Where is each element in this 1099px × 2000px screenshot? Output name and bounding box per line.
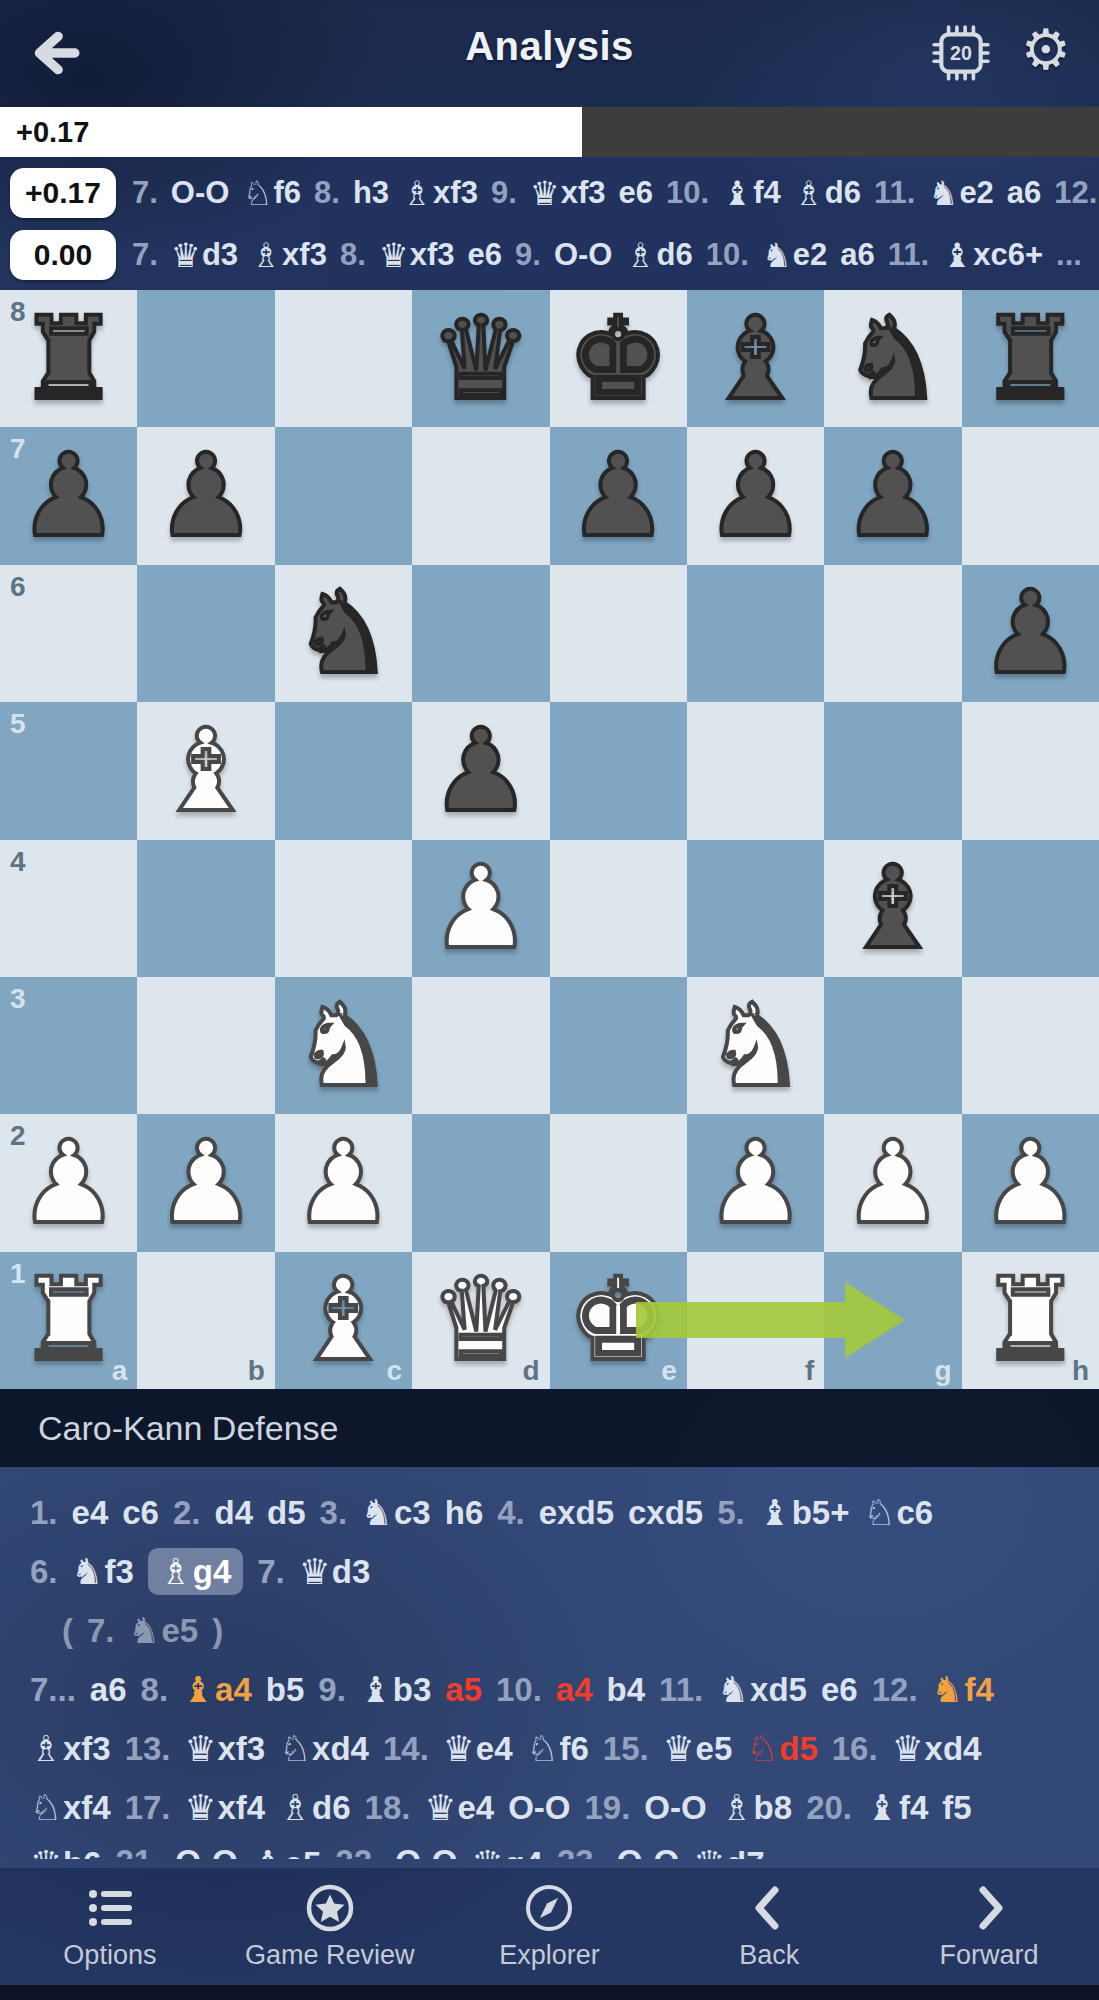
figurine-icon: ♝ <box>722 174 752 213</box>
move-token[interactable]: ♞f4 <box>932 1669 994 1710</box>
nav-label-options: Options <box>63 1940 156 1971</box>
move-token[interactable]: ♞e5 <box>129 1610 199 1651</box>
square-c2[interactable]: ♟ <box>275 1114 412 1251</box>
move-token[interactable]: ♛e4 <box>424 1787 494 1828</box>
square-b7[interactable]: ♟ <box>137 427 274 564</box>
square-f8[interactable]: ♝ <box>687 290 824 427</box>
square-d2[interactable] <box>412 1114 549 1251</box>
move-token[interactable]: c6 <box>122 1494 159 1532</box>
piece-bB-g4: ♝ <box>824 840 961 977</box>
move-number: 3. <box>320 1494 348 1532</box>
move-number: 15. <box>603 1730 649 1768</box>
figurine-icon: ♛ <box>892 1728 924 1769</box>
figurine-icon: ♞ <box>717 1669 749 1710</box>
piece-wR-a1: ♜ <box>0 1252 137 1389</box>
move-token[interactable]: exd5 <box>539 1494 614 1532</box>
nav-options[interactable]: Options <box>0 1868 220 1985</box>
move-token[interactable]: ♞c3 <box>361 1492 431 1533</box>
figurine-icon: ♛ <box>171 236 201 275</box>
star-circle-icon <box>304 1882 356 1934</box>
move-token[interactable]: ♞e2 <box>762 236 828 275</box>
figurine-icon: ♗ <box>721 1787 753 1828</box>
move-token[interactable]: a4 <box>556 1671 593 1709</box>
move-token[interactable]: e6 <box>619 175 653 211</box>
engine-line-moves: 7.♛d3♗xf38.♛xf3e69.O-O♗d610.♞e2a611.♝xc6… <box>132 236 1082 275</box>
square-f5[interactable] <box>687 702 824 839</box>
square-h4[interactable] <box>962 840 1099 977</box>
square-d8[interactable]: ♛ <box>412 290 549 427</box>
move-token[interactable]: d4 <box>215 1494 254 1532</box>
opening-name-bar: Caro-Kann Defense <box>0 1389 1099 1467</box>
square-b5[interactable]: ♝ <box>137 702 274 839</box>
move-number: 14. <box>383 1730 429 1768</box>
figurine-icon: ♛ <box>443 1728 475 1769</box>
evaluation-white-portion: +0.17 <box>0 107 582 157</box>
figurine-icon: ♘ <box>746 1728 778 1769</box>
move-number: 22. <box>335 1843 381 1859</box>
figurine-icon: ♗ <box>794 174 824 213</box>
piece-wP-a2: ♟ <box>0 1114 137 1251</box>
piece-bP-f7: ♟ <box>687 427 824 564</box>
square-a7[interactable]: 7♟ <box>0 427 137 564</box>
move-token[interactable]: ♛xf4 <box>185 1787 266 1828</box>
figurine-icon: ♛ <box>663 1728 695 1769</box>
square-e6[interactable] <box>550 565 687 702</box>
piece-wP-g2: ♟ <box>824 1114 961 1251</box>
chevron-right-icon <box>963 1882 1015 1934</box>
move-number: 17. <box>125 1789 171 1827</box>
figurine-icon: ♝ <box>182 1669 214 1710</box>
figurine-icon: ♘ <box>30 1787 62 1828</box>
move-number: 11. <box>888 237 929 273</box>
piece-wB-c1: ♝ <box>275 1252 412 1389</box>
move-list-line-6: ♘xf417.♛xf4♗d618.♛e4O-O19.O-O♗b820.♝f4f5 <box>0 1778 1099 1837</box>
piece-bR-a8: ♜ <box>0 290 137 427</box>
figurine-icon: ♛ <box>185 1728 217 1769</box>
square-f2[interactable]: ♟ <box>687 1114 824 1251</box>
move-token[interactable]: f5 <box>942 1789 971 1827</box>
move-number: 21. <box>115 1843 161 1859</box>
piece-bN-g8: ♞ <box>824 290 961 427</box>
move-token[interactable]: ♗d6 <box>625 236 692 275</box>
move-number: 9. <box>318 1671 346 1709</box>
square-c1[interactable]: c♝ <box>275 1252 412 1389</box>
piece-bQ-d8: ♛ <box>412 290 549 427</box>
move-token[interactable]: ♛xf3 <box>185 1728 266 1769</box>
move-token[interactable]: cxd5 <box>628 1494 703 1532</box>
square-f4[interactable] <box>687 840 824 977</box>
move-number: 10. <box>706 237 749 273</box>
move-list-line-3: (7.♞e5) <box>0 1601 1099 1660</box>
piece-bB-f8: ♝ <box>687 290 824 427</box>
square-g7[interactable]: ♟ <box>824 427 961 564</box>
engine-eval-badge: +0.17 <box>10 168 116 218</box>
square-h8[interactable]: ♜ <box>962 290 1099 427</box>
move-token[interactable]: ♛xd4 <box>892 1728 982 1769</box>
figurine-icon: ♗ <box>402 174 432 213</box>
move-token[interactable]: ♛b6 <box>30 1843 101 1859</box>
move-token[interactable]: O-O <box>175 1843 237 1859</box>
square-b8[interactable] <box>137 290 274 427</box>
square-e7[interactable]: ♟ <box>550 427 687 564</box>
square-c3[interactable]: ♞ <box>275 977 412 1114</box>
piece-bK-e8: ♚ <box>550 290 687 427</box>
move-list-line-5: ♗xf313.♛xf3♘xd414.♛e4♘f615.♛e5♘d516.♛xd4 <box>0 1719 1099 1778</box>
engine-lines-panel: +0.177.O-O♘f68.h3♗xf39.♛xf3e610.♝f4♗d611… <box>0 157 1099 290</box>
figurine-icon: ♛ <box>30 1843 62 1859</box>
move-token[interactable]: ♘f6 <box>242 174 301 213</box>
move-token[interactable]: a6 <box>840 237 874 273</box>
move-number: 11. <box>874 175 915 211</box>
figurine-icon: ♛ <box>472 1843 504 1859</box>
square-g3[interactable] <box>824 977 961 1114</box>
move-number: 7... <box>30 1671 76 1709</box>
chess-board: 8♜♛♚♝♞♜7♟♟♟♟♟6♞♟5♝♟4♟♝3♞♞2♟♟♟♟♟♟1a♜bc♝d♛… <box>0 290 1099 1389</box>
move-token[interactable]: ♛e4 <box>443 1728 513 1769</box>
move-token[interactable]: ♗g4 <box>148 1548 243 1595</box>
move-list-line-7: ♛b621.O-O♝e522.O-O♛g423.O-O♛d7 <box>0 1837 1099 1859</box>
move-token[interactable]: ♘c6 <box>863 1492 933 1533</box>
piece-bP-g7: ♟ <box>824 427 961 564</box>
square-d5[interactable]: ♟ <box>412 702 549 839</box>
move-token[interactable]: O-O <box>395 1843 457 1859</box>
piece-wP-h2: ♟ <box>962 1114 1099 1251</box>
piece-wP-f2: ♟ <box>687 1114 824 1251</box>
evaluation-value: +0.17 <box>0 116 89 149</box>
opening-name: Caro-Kann Defense <box>0 1409 339 1448</box>
move-number: 10. <box>666 175 709 211</box>
move-number: 4. <box>497 1494 525 1532</box>
move-token[interactable]: ♘xf4 <box>30 1787 111 1828</box>
piece-bP-b7: ♟ <box>137 427 274 564</box>
square-c6[interactable]: ♞ <box>275 565 412 702</box>
move-token[interactable]: b5 <box>266 1671 305 1709</box>
move-token[interactable]: ♝a4 <box>182 1669 252 1710</box>
move-token[interactable]: ♛d7 <box>693 1843 764 1859</box>
square-g8[interactable]: ♞ <box>824 290 961 427</box>
move-token[interactable]: O-O <box>554 237 613 273</box>
square-g4[interactable]: ♝ <box>824 840 961 977</box>
square-b2[interactable]: ♟ <box>137 1114 274 1251</box>
figurine-icon: ♝ <box>360 1669 392 1710</box>
square-b6[interactable] <box>137 565 274 702</box>
move-number: ) <box>212 1612 223 1650</box>
square-h2[interactable]: ♟ <box>962 1114 1099 1251</box>
move-number: 9. <box>491 175 517 211</box>
figurine-icon: ♞ <box>129 1610 161 1651</box>
square-a2[interactable]: 2♟ <box>0 1114 137 1251</box>
move-list-line-1: 1.e4c62.d4d53.♞c3h64.exd5cxd55.♝b5+♘c6 <box>0 1483 1099 1542</box>
move-token[interactable]: O-O <box>644 1789 706 1827</box>
square-h7[interactable] <box>962 427 1099 564</box>
square-g1[interactable]: g <box>824 1252 961 1389</box>
move-token[interactable]: ♗xf3 <box>251 236 327 275</box>
engine-line-moves: 7.O-O♘f68.h3♗xf39.♛xf3e610.♝f4♗d611.♞e2a… <box>132 174 1099 213</box>
move-token[interactable]: d5 <box>267 1494 306 1532</box>
piece-bR-h8: ♜ <box>962 290 1099 427</box>
figurine-icon: ♝ <box>759 1492 791 1533</box>
move-token[interactable]: ♝e5 <box>252 1843 322 1859</box>
move-token[interactable]: ♗b8 <box>721 1787 792 1828</box>
move-token[interactable]: ♛d3 <box>299 1551 370 1592</box>
move-number: ( <box>62 1612 73 1650</box>
figurine-icon: ♘ <box>527 1728 559 1769</box>
figurine-icon: ♘ <box>863 1492 895 1533</box>
move-number: 7. <box>132 237 158 273</box>
file-label: b <box>248 1355 265 1387</box>
engine-depth-icon[interactable]: 20 <box>931 24 991 82</box>
square-a3[interactable]: 3 <box>0 977 137 1114</box>
figurine-icon: ♛ <box>424 1787 456 1828</box>
move-token[interactable]: ♝b3 <box>360 1669 431 1710</box>
move-number: 10. <box>496 1671 542 1709</box>
piece-wN-f3: ♞ <box>687 977 824 1114</box>
piece-wP-d4: ♟ <box>412 840 549 977</box>
move-number: 19. <box>584 1789 630 1827</box>
rank-label: 5 <box>10 708 26 740</box>
nav-label-explorer: Explorer <box>499 1940 600 1971</box>
square-g6[interactable] <box>824 565 961 702</box>
engine-depth-value: 20 <box>950 42 972 64</box>
figurine-icon: ♝ <box>942 236 972 275</box>
piece-wN-c3: ♞ <box>275 977 412 1114</box>
list-icon <box>84 1882 136 1934</box>
file-label: f <box>805 1355 814 1387</box>
nav-explorer[interactable]: Explorer <box>440 1868 660 1985</box>
evaluation-bar: +0.17 <box>0 107 1099 157</box>
move-number: 23. <box>557 1843 603 1859</box>
square-h5[interactable] <box>962 702 1099 839</box>
move-number: 8. <box>340 237 366 273</box>
move-token[interactable]: ♝xc6+ <box>942 236 1043 275</box>
move-token[interactable]: a6 <box>90 1671 127 1709</box>
figurine-icon: ♞ <box>762 236 792 275</box>
square-d4[interactable]: ♟ <box>412 840 549 977</box>
move-number: 2. <box>173 1494 201 1532</box>
move-token[interactable]: O-O <box>617 1843 679 1859</box>
move-token[interactable]: ♞e2 <box>928 174 994 213</box>
square-e5[interactable] <box>550 702 687 839</box>
figurine-icon: ♗ <box>279 1787 311 1828</box>
move-token[interactable]: ♗xf3 <box>30 1728 111 1769</box>
move-number: 11. <box>659 1671 703 1709</box>
figurine-icon: ♗ <box>30 1728 62 1769</box>
square-b4[interactable] <box>137 840 274 977</box>
engine-line-2[interactable]: 0.007.♛d3♗xf38.♛xf3e69.O-O♗d610.♞e2a611.… <box>0 224 1099 286</box>
square-e4[interactable] <box>550 840 687 977</box>
move-token[interactable]: e6 <box>821 1671 858 1709</box>
square-d6[interactable] <box>412 565 549 702</box>
move-token[interactable]: h6 <box>445 1494 484 1532</box>
piece-wP-b2: ♟ <box>137 1114 274 1251</box>
move-token[interactable]: ♗d6 <box>794 174 861 213</box>
move-token[interactable]: ♗xf3 <box>402 174 478 213</box>
move-number: 8. <box>314 175 340 211</box>
move-list-line-4: 7...a68.♝a4b59.♝b3a510.a4b411.♞xd5e612.♞… <box>0 1660 1099 1719</box>
square-e2[interactable] <box>550 1114 687 1251</box>
move-token[interactable]: O-O <box>171 175 230 211</box>
figurine-icon: ♘ <box>242 174 272 213</box>
bottom-strip <box>0 1985 1099 2000</box>
move-token[interactable]: O-O <box>508 1789 570 1827</box>
move-number: 5. <box>717 1494 745 1532</box>
move-token[interactable]: ♛g4 <box>472 1843 543 1859</box>
move-number: 13. <box>125 1730 171 1768</box>
move-token[interactable]: ♛xf3 <box>379 236 455 275</box>
figurine-icon: ♝ <box>252 1843 284 1859</box>
piece-wK-e1: ♚ <box>550 1252 687 1389</box>
compass-icon <box>523 1882 575 1934</box>
move-number: 7. <box>257 1553 285 1591</box>
figurine-icon: ♛ <box>379 236 409 275</box>
square-g5[interactable] <box>824 702 961 839</box>
move-token[interactable]: ♝f4 <box>722 174 781 213</box>
square-c8[interactable] <box>275 290 412 427</box>
piece-bN-c6: ♞ <box>275 565 412 702</box>
move-token[interactable]: h3 <box>353 175 389 211</box>
move-token[interactable]: ♛d3 <box>171 236 238 275</box>
square-f3[interactable]: ♞ <box>687 977 824 1114</box>
rank-label: 3 <box>10 983 26 1015</box>
square-d1[interactable]: d♛ <box>412 1252 549 1389</box>
nav-label-forward: Forward <box>940 1940 1039 1971</box>
square-d3[interactable] <box>412 977 549 1114</box>
square-h3[interactable] <box>962 977 1099 1114</box>
bottom-nav-bar: OptionsGame ReviewExplorerBackForward <box>0 1868 1099 1985</box>
move-token[interactable]: ♝f4 <box>866 1787 928 1828</box>
figurine-icon: ♗ <box>625 236 655 275</box>
figurine-icon: ♛ <box>299 1551 331 1592</box>
figurine-icon: ♝ <box>866 1787 898 1828</box>
move-number: 7. <box>132 175 158 211</box>
nav-game-review[interactable]: Game Review <box>220 1868 440 1985</box>
square-a8[interactable]: 8♜ <box>0 290 137 427</box>
top-bar: Analysis 20 ⚙ <box>0 0 1099 107</box>
square-d7[interactable] <box>412 427 549 564</box>
square-h6[interactable]: ♟ <box>962 565 1099 702</box>
square-b3[interactable] <box>137 977 274 1114</box>
move-number: 12. <box>1054 175 1097 211</box>
figurine-icon: ♘ <box>279 1728 311 1769</box>
square-b1[interactable]: b <box>137 1252 274 1389</box>
move-number: 7. <box>87 1612 115 1650</box>
figurine-icon: ♛ <box>693 1843 725 1859</box>
square-f6[interactable] <box>687 565 824 702</box>
square-e1[interactable]: e♚ <box>550 1252 687 1389</box>
piece-bP-e7: ♟ <box>550 427 687 564</box>
square-g2[interactable]: ♟ <box>824 1114 961 1251</box>
piece-bP-d5: ♟ <box>412 702 549 839</box>
nav-label-back: Back <box>739 1940 799 1971</box>
square-c5[interactable] <box>275 702 412 839</box>
move-token[interactable]: ♛xf3 <box>530 174 606 213</box>
piece-bP-h6: ♟ <box>962 565 1099 702</box>
piece-wR-h1: ♜ <box>962 1252 1099 1389</box>
figurine-icon: ♞ <box>932 1669 964 1710</box>
figurine-icon: ♞ <box>361 1492 393 1533</box>
square-h1[interactable]: h♜ <box>962 1252 1099 1389</box>
move-number: 18. <box>365 1789 411 1827</box>
move-list: 1.e4c62.d4d53.♞c3h64.exd5cxd55.♝b5+♘c66.… <box>0 1467 1099 1868</box>
square-c4[interactable] <box>275 840 412 977</box>
move-token[interactable]: a5 <box>445 1671 482 1709</box>
figurine-icon: ♞ <box>928 174 958 213</box>
move-number: ... <box>1056 237 1082 273</box>
piece-wQ-d1: ♛ <box>412 1252 549 1389</box>
figurine-icon: ♛ <box>185 1787 217 1828</box>
move-token[interactable]: ♘xd4 <box>279 1728 369 1769</box>
nav-forward[interactable]: Forward <box>879 1868 1099 1985</box>
move-list-line-2: 6.♞f3♗g47.♛d3 <box>0 1542 1099 1601</box>
move-token[interactable]: ♞xd5 <box>717 1669 807 1710</box>
square-e3[interactable] <box>550 977 687 1114</box>
figurine-icon: ♛ <box>530 174 560 213</box>
move-token[interactable]: e4 <box>72 1494 109 1532</box>
piece-wB-b5: ♝ <box>137 702 274 839</box>
move-number: 12. <box>872 1671 918 1709</box>
move-token[interactable]: ♛e5 <box>663 1728 733 1769</box>
piece-bP-a7: ♟ <box>0 427 137 564</box>
move-token[interactable]: ♗d6 <box>279 1787 350 1828</box>
piece-wP-c2: ♟ <box>275 1114 412 1251</box>
square-a4[interactable]: 4 <box>0 840 137 977</box>
square-a5[interactable]: 5 <box>0 702 137 839</box>
move-token[interactable]: ♝b5+ <box>759 1492 850 1533</box>
move-token[interactable]: a6 <box>1007 175 1041 211</box>
rank-label: 4 <box>10 846 26 878</box>
move-number: 8. <box>141 1671 169 1709</box>
file-label: g <box>935 1355 952 1387</box>
chevron-left-icon <box>743 1882 795 1934</box>
square-f7[interactable]: ♟ <box>687 427 824 564</box>
nav-back[interactable]: Back <box>659 1868 879 1985</box>
square-a6[interactable]: 6 <box>0 565 137 702</box>
square-a1[interactable]: 1a♜ <box>0 1252 137 1389</box>
square-e8[interactable]: ♚ <box>550 290 687 427</box>
move-token[interactable]: ♘d5 <box>746 1728 817 1769</box>
figurine-icon: ♗ <box>160 1551 192 1592</box>
gear-icon[interactable]: ⚙ <box>1021 18 1071 82</box>
square-c7[interactable] <box>275 427 412 564</box>
engine-line-1[interactable]: +0.177.O-O♘f68.h3♗xf39.♛xf3e610.♝f4♗d611… <box>0 162 1099 224</box>
move-number: 9. <box>515 237 541 273</box>
move-number: 20. <box>806 1789 852 1827</box>
rank-label: 6 <box>10 571 26 603</box>
move-token[interactable]: ♞f3 <box>72 1551 134 1592</box>
nav-label-game-review: Game Review <box>245 1940 415 1971</box>
move-number: 6. <box>30 1553 58 1591</box>
move-token[interactable]: ♘f6 <box>527 1728 589 1769</box>
square-f1[interactable]: f <box>687 1252 824 1389</box>
move-number: 1. <box>30 1494 58 1532</box>
figurine-icon: ♗ <box>251 236 281 275</box>
move-number: 16. <box>832 1730 878 1768</box>
figurine-icon: ♞ <box>72 1551 104 1592</box>
move-token[interactable]: e6 <box>468 237 502 273</box>
move-token[interactable]: b4 <box>607 1671 646 1709</box>
engine-eval-badge: 0.00 <box>10 230 116 280</box>
